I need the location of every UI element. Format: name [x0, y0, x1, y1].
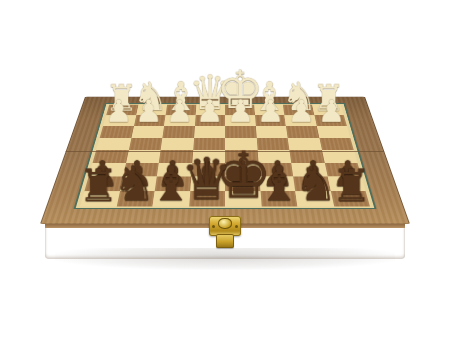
square-r8c6[interactable]: ♝ — [260, 191, 297, 206]
white-pawn[interactable]: ♟ — [287, 97, 315, 125]
latch-screw-icon — [212, 225, 215, 228]
square-r2c4[interactable]: ♟ — [195, 115, 225, 126]
perspective-stage: ♜♞♝♛♚♝♞♜♟♟♟♟♟♟♟♟♟♟♟♟♟♟♟♟♜♞♝♛♚♝♞♜ — [0, 0, 450, 338]
white-pawn[interactable]: ♟ — [196, 97, 224, 125]
square-r2c8[interactable]: ♟ — [314, 115, 347, 126]
square-r8c7[interactable]: ♞ — [295, 191, 333, 206]
playing-area-pinstripe-border: ♜♞♝♛♚♝♞♜♟♟♟♟♟♟♟♟♟♟♟♟♟♟♟♟♜♞♝♛♚♝♞♜ — [73, 103, 376, 209]
white-pawn[interactable]: ♟ — [257, 97, 285, 125]
chess-board: ♜♞♝♛♚♝♞♜♟♟♟♟♟♟♟♟♟♟♟♟♟♟♟♟♜♞♝♛♚♝♞♜ — [40, 97, 410, 224]
square-r2c3[interactable]: ♟ — [164, 115, 195, 126]
square-r2c1[interactable]: ♟ — [103, 115, 136, 126]
square-r3c7[interactable] — [286, 126, 319, 138]
brass-latch[interactable] — [209, 216, 241, 250]
square-r2c6[interactable]: ♟ — [255, 115, 286, 126]
board-grid: ♜♞♝♛♚♝♞♜♟♟♟♟♟♟♟♟♟♟♟♟♟♟♟♟♜♞♝♛♚♝♞♜ — [80, 105, 370, 207]
square-r4c2[interactable] — [128, 138, 162, 150]
square-r2c7[interactable]: ♟ — [284, 115, 316, 126]
latch-hasp — [216, 234, 234, 248]
white-pawn[interactable]: ♟ — [105, 97, 133, 125]
square-r4c1[interactable] — [96, 138, 131, 150]
black-rook[interactable]: ♜ — [332, 165, 372, 206]
white-pawn[interactable]: ♟ — [318, 97, 346, 125]
box-front-panel — [45, 224, 405, 259]
square-r3c3[interactable] — [162, 126, 194, 138]
chess-set-product-photo: ♜♞♝♛♚♝♞♜♟♟♟♟♟♟♟♟♟♟♟♟♟♟♟♟♜♞♝♛♚♝♞♜ — [0, 0, 450, 338]
square-r4c7[interactable] — [288, 138, 322, 150]
square-r3c8[interactable] — [316, 126, 350, 138]
square-r3c6[interactable] — [255, 126, 287, 138]
latch-knob[interactable] — [218, 218, 232, 229]
latch-screw-icon — [235, 225, 238, 228]
square-r3c4[interactable] — [194, 126, 225, 138]
square-r2c5[interactable]: ♟ — [225, 115, 255, 126]
square-r8c4[interactable]: ♛ — [189, 191, 225, 206]
square-r8c1[interactable]: ♜ — [80, 191, 120, 206]
black-queen[interactable]: ♛ — [181, 153, 233, 206]
white-pawn[interactable]: ♟ — [226, 97, 254, 125]
square-r2c2[interactable]: ♟ — [134, 115, 166, 126]
square-r3c1[interactable] — [100, 126, 134, 138]
square-r3c5[interactable] — [225, 126, 256, 138]
square-r8c8[interactable]: ♜ — [330, 191, 370, 206]
square-r4c8[interactable] — [319, 138, 354, 150]
black-rook[interactable]: ♜ — [78, 165, 118, 206]
white-pawn[interactable]: ♟ — [135, 97, 163, 125]
fold-hinge-seam — [66, 151, 385, 152]
walnut-frame: ♜♞♝♛♚♝♞♜♟♟♟♟♟♟♟♟♟♟♟♟♟♟♟♟♜♞♝♛♚♝♞♜ — [40, 97, 410, 224]
square-r3c2[interactable] — [131, 126, 164, 138]
white-pawn[interactable]: ♟ — [165, 97, 193, 125]
